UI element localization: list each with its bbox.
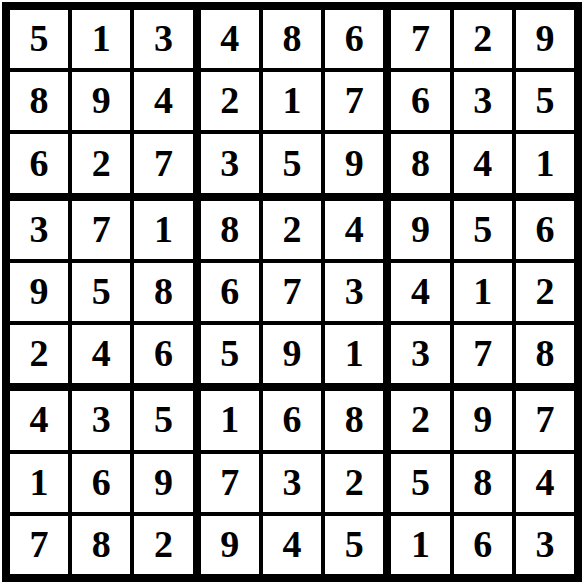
cell-digit: 1 — [30, 463, 49, 501]
sudoku-cell-r5c7[interactable]: 4 — [391, 263, 449, 321]
cell-digit: 5 — [535, 81, 554, 119]
sudoku-cell-r7c6[interactable]: 8 — [325, 391, 383, 449]
cell-digit: 9 — [411, 210, 430, 248]
cell-digit: 1 — [154, 210, 173, 248]
sudoku-cell-r8c9[interactable]: 4 — [516, 454, 574, 512]
sudoku-cell-r4c6[interactable]: 4 — [325, 201, 383, 259]
sudoku-cell-r5c2[interactable]: 5 — [72, 263, 130, 321]
sudoku-cell-r9c8[interactable]: 6 — [454, 516, 512, 574]
sudoku-cell-r6c1[interactable]: 2 — [10, 325, 68, 383]
cell-digit: 4 — [345, 210, 364, 248]
cell-digit: 9 — [30, 272, 49, 310]
cell-digit: 6 — [154, 334, 173, 372]
sudoku-cell-r3c4[interactable]: 3 — [201, 134, 259, 192]
cell-digit: 4 — [473, 144, 492, 182]
sudoku-cell-r5c3[interactable]: 8 — [134, 263, 192, 321]
sudoku-cell-r8c5[interactable]: 3 — [263, 454, 321, 512]
sudoku-cell-r8c6[interactable]: 2 — [325, 454, 383, 512]
sudoku-cell-r4c1[interactable]: 3 — [10, 201, 68, 259]
sudoku-cell-r1c6[interactable]: 6 — [325, 10, 383, 68]
cell-digit: 2 — [282, 210, 301, 248]
cell-digit: 5 — [473, 210, 492, 248]
sudoku-cell-r6c5[interactable]: 9 — [263, 325, 321, 383]
sudoku-cell-r3c6[interactable]: 9 — [325, 134, 383, 192]
sudoku-cell-r8c7[interactable]: 5 — [391, 454, 449, 512]
sudoku-cell-r1c3[interactable]: 3 — [134, 10, 192, 68]
cell-digit: 1 — [345, 334, 364, 372]
sudoku-cell-r7c4[interactable]: 1 — [201, 391, 259, 449]
cell-digit: 9 — [535, 19, 554, 57]
sudoku-cell-r7c1[interactable]: 4 — [10, 391, 68, 449]
cell-digit: 8 — [92, 525, 111, 563]
cell-digit: 9 — [92, 81, 111, 119]
cell-digit: 9 — [154, 463, 173, 501]
cell-digit: 1 — [411, 525, 430, 563]
cell-digit: 8 — [411, 144, 430, 182]
sudoku-block: 956412378 — [391, 201, 574, 384]
sudoku-block: 168732945 — [201, 391, 384, 574]
sudoku-block: 486217359 — [201, 10, 384, 193]
sudoku-cell-r3c5[interactable]: 5 — [263, 134, 321, 192]
sudoku-cell-r4c8[interactable]: 5 — [454, 201, 512, 259]
cell-digit: 4 — [154, 81, 173, 119]
sudoku-cell-r9c9[interactable]: 3 — [516, 516, 574, 574]
cell-digit: 7 — [154, 144, 173, 182]
cell-digit: 5 — [411, 463, 430, 501]
sudoku-cell-r6c2[interactable]: 4 — [72, 325, 130, 383]
sudoku-cell-r3c2[interactable]: 2 — [72, 134, 130, 192]
sudoku-cell-r4c4[interactable]: 8 — [201, 201, 259, 259]
sudoku-cell-r2c7[interactable]: 6 — [391, 72, 449, 130]
cell-digit: 6 — [220, 272, 239, 310]
sudoku-cell-r7c5[interactable]: 6 — [263, 391, 321, 449]
cell-digit: 3 — [92, 400, 111, 438]
cell-digit: 8 — [473, 463, 492, 501]
sudoku-cell-r2c4[interactable]: 2 — [201, 72, 259, 130]
cell-digit: 2 — [92, 144, 111, 182]
cell-digit: 4 — [220, 19, 239, 57]
sudoku-cell-r5c9[interactable]: 2 — [516, 263, 574, 321]
cell-digit: 7 — [345, 81, 364, 119]
cell-digit: 1 — [92, 19, 111, 57]
sudoku-cell-r9c4[interactable]: 9 — [201, 516, 259, 574]
cell-digit: 4 — [30, 400, 49, 438]
cell-digit: 7 — [30, 525, 49, 563]
cell-digit: 5 — [282, 144, 301, 182]
cell-digit: 7 — [535, 400, 554, 438]
sudoku-cell-r4c3[interactable]: 1 — [134, 201, 192, 259]
cell-digit: 2 — [535, 272, 554, 310]
sudoku-cell-r8c4[interactable]: 7 — [201, 454, 259, 512]
cell-digit: 6 — [473, 525, 492, 563]
sudoku-cell-r3c3[interactable]: 7 — [134, 134, 192, 192]
cell-digit: 5 — [154, 400, 173, 438]
sudoku-cell-r6c3[interactable]: 6 — [134, 325, 192, 383]
cell-digit: 6 — [92, 463, 111, 501]
sudoku-cell-r8c3[interactable]: 9 — [134, 454, 192, 512]
sudoku-cell-r1c2[interactable]: 1 — [72, 10, 130, 68]
sudoku-cell-r4c5[interactable]: 2 — [263, 201, 321, 259]
cell-digit: 5 — [30, 19, 49, 57]
cell-digit: 6 — [282, 400, 301, 438]
sudoku-cell-r1c5[interactable]: 8 — [263, 10, 321, 68]
cell-digit: 3 — [220, 144, 239, 182]
cell-digit: 2 — [473, 19, 492, 57]
sudoku-cell-r3c8[interactable]: 4 — [454, 134, 512, 192]
cell-digit: 3 — [535, 525, 554, 563]
cell-digit: 8 — [345, 400, 364, 438]
cell-digit: 6 — [411, 81, 430, 119]
cell-digit: 7 — [220, 463, 239, 501]
sudoku-cell-r9c2[interactable]: 8 — [72, 516, 130, 574]
cell-digit: 9 — [282, 334, 301, 372]
sudoku-cell-r9c7[interactable]: 1 — [391, 516, 449, 574]
cell-digit: 2 — [345, 463, 364, 501]
sudoku-cell-r5c4[interactable]: 6 — [201, 263, 259, 321]
cell-digit: 6 — [535, 210, 554, 248]
sudoku-cell-r1c9[interactable]: 9 — [516, 10, 574, 68]
sudoku-cell-r1c8[interactable]: 2 — [454, 10, 512, 68]
sudoku-cell-r7c2[interactable]: 3 — [72, 391, 130, 449]
sudoku-cell-r6c4[interactable]: 5 — [201, 325, 259, 383]
sudoku-cell-r3c9[interactable]: 1 — [516, 134, 574, 192]
cell-digit: 7 — [473, 334, 492, 372]
cell-digit: 4 — [92, 334, 111, 372]
sudoku-cell-r3c1[interactable]: 6 — [10, 134, 68, 192]
cell-digit: 2 — [154, 525, 173, 563]
sudoku-block: 297584163 — [391, 391, 574, 574]
cell-digit: 9 — [345, 144, 364, 182]
cell-digit: 5 — [220, 334, 239, 372]
cell-digit: 5 — [345, 525, 364, 563]
cell-digit: 8 — [154, 272, 173, 310]
sudoku-cell-r8c8[interactable]: 8 — [454, 454, 512, 512]
sudoku-cell-r1c4[interactable]: 4 — [201, 10, 259, 68]
cell-digit: 3 — [30, 210, 49, 248]
sudoku-cell-r7c7[interactable]: 2 — [391, 391, 449, 449]
sudoku-cell-r1c1[interactable]: 5 — [10, 10, 68, 68]
cell-digit: 7 — [282, 272, 301, 310]
cell-digit: 5 — [92, 272, 111, 310]
sudoku-cell-r7c3[interactable]: 5 — [134, 391, 192, 449]
sudoku-cell-r7c9[interactable]: 7 — [516, 391, 574, 449]
sudoku-cell-r9c6[interactable]: 5 — [325, 516, 383, 574]
sudoku-block: 513894627 — [10, 10, 193, 193]
cell-digit: 6 — [30, 144, 49, 182]
cell-digit: 2 — [30, 334, 49, 372]
sudoku-cell-r1c7[interactable]: 7 — [391, 10, 449, 68]
cell-digit: 1 — [473, 272, 492, 310]
sudoku-cell-r2c3[interactable]: 4 — [134, 72, 192, 130]
cell-digit: 4 — [535, 463, 554, 501]
cell-digit: 3 — [345, 272, 364, 310]
sudoku-cell-r6c7[interactable]: 3 — [391, 325, 449, 383]
cell-digit: 3 — [473, 81, 492, 119]
sudoku-board: 5138946274862173597296358413719582468246… — [2, 2, 582, 582]
sudoku-block: 824673591 — [201, 201, 384, 384]
sudoku-cell-r8c2[interactable]: 6 — [72, 454, 130, 512]
sudoku-block: 371958246 — [10, 201, 193, 384]
cell-digit: 4 — [411, 272, 430, 310]
sudoku-cell-r5c5[interactable]: 7 — [263, 263, 321, 321]
cell-digit: 2 — [220, 81, 239, 119]
sudoku-cell-r5c8[interactable]: 1 — [454, 263, 512, 321]
sudoku-cell-r7c8[interactable]: 9 — [454, 391, 512, 449]
sudoku-cell-r5c6[interactable]: 3 — [325, 263, 383, 321]
sudoku-cell-r2c9[interactable]: 5 — [516, 72, 574, 130]
sudoku-cell-r5c1[interactable]: 9 — [10, 263, 68, 321]
sudoku-cell-r9c3[interactable]: 2 — [134, 516, 192, 574]
sudoku-block: 729635841 — [391, 10, 574, 193]
sudoku-cell-r4c2[interactable]: 7 — [72, 201, 130, 259]
sudoku-cell-r9c5[interactable]: 4 — [263, 516, 321, 574]
sudoku-cell-r9c1[interactable]: 7 — [10, 516, 68, 574]
cell-digit: 3 — [154, 19, 173, 57]
sudoku-cell-r2c1[interactable]: 8 — [10, 72, 68, 130]
cell-digit: 3 — [282, 463, 301, 501]
sudoku-cell-r4c9[interactable]: 6 — [516, 201, 574, 259]
sudoku-cell-r2c8[interactable]: 3 — [454, 72, 512, 130]
cell-digit: 7 — [92, 210, 111, 248]
cell-digit: 1 — [535, 144, 554, 182]
cell-digit: 8 — [535, 334, 554, 372]
cell-digit: 7 — [411, 19, 430, 57]
sudoku-cell-r2c2[interactable]: 9 — [72, 72, 130, 130]
cell-digit: 9 — [220, 525, 239, 563]
sudoku-cell-r6c8[interactable]: 7 — [454, 325, 512, 383]
cell-digit: 8 — [282, 19, 301, 57]
sudoku-cell-r4c7[interactable]: 9 — [391, 201, 449, 259]
cell-digit: 4 — [282, 525, 301, 563]
cell-digit: 2 — [411, 400, 430, 438]
sudoku-cell-r6c6[interactable]: 1 — [325, 325, 383, 383]
cell-digit: 9 — [473, 400, 492, 438]
sudoku-page: 5138946274862173597296358413719582468246… — [0, 0, 584, 584]
cell-digit: 3 — [411, 334, 430, 372]
cell-digit: 8 — [30, 81, 49, 119]
cell-digit: 8 — [220, 210, 239, 248]
sudoku-cell-r2c6[interactable]: 7 — [325, 72, 383, 130]
cell-digit: 1 — [220, 400, 239, 438]
sudoku-cell-r3c7[interactable]: 8 — [391, 134, 449, 192]
cell-digit: 1 — [282, 81, 301, 119]
cell-digit: 6 — [345, 19, 364, 57]
sudoku-cell-r6c9[interactable]: 8 — [516, 325, 574, 383]
sudoku-cell-r2c5[interactable]: 1 — [263, 72, 321, 130]
sudoku-cell-r8c1[interactable]: 1 — [10, 454, 68, 512]
sudoku-block: 435169782 — [10, 391, 193, 574]
